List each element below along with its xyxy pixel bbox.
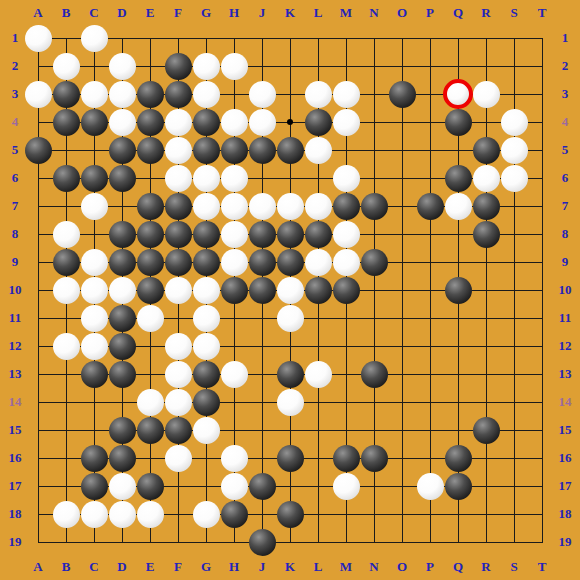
board-cell-C1[interactable] [80,24,108,52]
board-cell-J12[interactable] [248,332,276,360]
board-cell-B4[interactable] [52,108,80,136]
board-cell-Q12[interactable] [444,332,472,360]
board-cell-C15[interactable] [80,416,108,444]
board-cell-D12[interactable] [108,332,136,360]
board-cell-K9[interactable] [276,248,304,276]
board-cell-D2[interactable] [108,52,136,80]
board-cell-A1[interactable] [24,24,52,52]
board-cell-T3[interactable] [528,80,556,108]
board-cell-E3[interactable] [136,80,164,108]
board-cell-Q17[interactable] [444,472,472,500]
board-cell-S6[interactable] [500,164,528,192]
board-cell-P12[interactable] [416,332,444,360]
board-cell-G16[interactable] [192,444,220,472]
board-cell-Q1[interactable] [444,24,472,52]
board-cell-F10[interactable] [164,276,192,304]
board-cell-F4[interactable] [164,108,192,136]
board-cell-G12[interactable] [192,332,220,360]
board-cell-C8[interactable] [80,220,108,248]
board-cell-K2[interactable] [276,52,304,80]
board-cell-T17[interactable] [528,472,556,500]
board-cell-L14[interactable] [304,388,332,416]
board-cell-P1[interactable] [416,24,444,52]
board-cell-O19[interactable] [388,528,416,556]
board-cell-D7[interactable] [108,192,136,220]
board-cell-O16[interactable] [388,444,416,472]
board-cell-Q2[interactable] [444,52,472,80]
board-cell-K13[interactable] [276,360,304,388]
board-cell-C18[interactable] [80,500,108,528]
board-cell-L4[interactable] [304,108,332,136]
board-cell-D10[interactable] [108,276,136,304]
board-cell-F2[interactable] [164,52,192,80]
board-cell-Q6[interactable] [444,164,472,192]
board-cell-B19[interactable] [52,528,80,556]
board-cell-M12[interactable] [332,332,360,360]
board-cell-N12[interactable] [360,332,388,360]
board-cell-L7[interactable] [304,192,332,220]
board-cell-R11[interactable] [472,304,500,332]
board-cell-D8[interactable] [108,220,136,248]
board-cell-D9[interactable] [108,248,136,276]
board-cell-S5[interactable] [500,136,528,164]
board-cell-S15[interactable] [500,416,528,444]
board-cell-B6[interactable] [52,164,80,192]
board-cell-D15[interactable] [108,416,136,444]
board-cell-E17[interactable] [136,472,164,500]
board-cell-A15[interactable] [24,416,52,444]
board-cell-A18[interactable] [24,500,52,528]
board-cell-H5[interactable] [220,136,248,164]
board-cell-A17[interactable] [24,472,52,500]
board-cell-A6[interactable] [24,164,52,192]
board-cell-F16[interactable] [164,444,192,472]
board-cell-T1[interactable] [528,24,556,52]
board-cell-J6[interactable] [248,164,276,192]
board-cell-N15[interactable] [360,416,388,444]
board-cell-D5[interactable] [108,136,136,164]
board-cell-H16[interactable] [220,444,248,472]
board-cell-K16[interactable] [276,444,304,472]
board-cell-E9[interactable] [136,248,164,276]
board-cell-Q11[interactable] [444,304,472,332]
board-cell-L1[interactable] [304,24,332,52]
board-cell-K15[interactable] [276,416,304,444]
board-cell-H13[interactable] [220,360,248,388]
board-cell-G19[interactable] [192,528,220,556]
board-cell-O5[interactable] [388,136,416,164]
board-cell-R17[interactable] [472,472,500,500]
board-cell-N1[interactable] [360,24,388,52]
board-cell-O9[interactable] [388,248,416,276]
board-cell-N10[interactable] [360,276,388,304]
board-cell-P17[interactable] [416,472,444,500]
board-cell-B2[interactable] [52,52,80,80]
board-cell-C3[interactable] [80,80,108,108]
board-cell-S19[interactable] [500,528,528,556]
board-cell-G5[interactable] [192,136,220,164]
board-cell-O8[interactable] [388,220,416,248]
board-cell-T16[interactable] [528,444,556,472]
board-cell-L15[interactable] [304,416,332,444]
board-cell-Q14[interactable] [444,388,472,416]
board-cell-L12[interactable] [304,332,332,360]
board-cell-O14[interactable] [388,388,416,416]
board-cell-C5[interactable] [80,136,108,164]
board-cell-A3[interactable] [24,80,52,108]
board-cell-B8[interactable] [52,220,80,248]
board-cell-H2[interactable] [220,52,248,80]
board-cell-P13[interactable] [416,360,444,388]
board-cell-H10[interactable] [220,276,248,304]
board-cell-N4[interactable] [360,108,388,136]
board-cell-R5[interactable] [472,136,500,164]
board-cell-P6[interactable] [416,164,444,192]
board-cell-L11[interactable] [304,304,332,332]
board-cell-M5[interactable] [332,136,360,164]
board-cell-R14[interactable] [472,388,500,416]
board-cell-M13[interactable] [332,360,360,388]
board-cell-O15[interactable] [388,416,416,444]
board-cell-J5[interactable] [248,136,276,164]
board-cell-O18[interactable] [388,500,416,528]
board-cell-G8[interactable] [192,220,220,248]
board-cell-H17[interactable] [220,472,248,500]
board-cell-O13[interactable] [388,360,416,388]
board-cell-M19[interactable] [332,528,360,556]
board-cell-N2[interactable] [360,52,388,80]
board-cell-H4[interactable] [220,108,248,136]
board-cell-N18[interactable] [360,500,388,528]
board-cell-J11[interactable] [248,304,276,332]
board-cell-C19[interactable] [80,528,108,556]
board-cell-H7[interactable] [220,192,248,220]
board-cell-B7[interactable] [52,192,80,220]
board-cell-R9[interactable] [472,248,500,276]
board-cell-K8[interactable] [276,220,304,248]
board-cell-B1[interactable] [52,24,80,52]
board-cell-N11[interactable] [360,304,388,332]
board-cell-F15[interactable] [164,416,192,444]
board-cell-T7[interactable] [528,192,556,220]
board-cell-S8[interactable] [500,220,528,248]
board-cell-P8[interactable] [416,220,444,248]
board-cell-T12[interactable] [528,332,556,360]
board-cell-H15[interactable] [220,416,248,444]
board-cell-D19[interactable] [108,528,136,556]
board-cell-Q9[interactable] [444,248,472,276]
board-cell-O11[interactable] [388,304,416,332]
board-cell-E13[interactable] [136,360,164,388]
board-cell-T2[interactable] [528,52,556,80]
board-cell-A7[interactable] [24,192,52,220]
board-cell-H6[interactable] [220,164,248,192]
board-cell-M10[interactable] [332,276,360,304]
board-cell-J14[interactable] [248,388,276,416]
board-cell-E18[interactable] [136,500,164,528]
board-cell-E14[interactable] [136,388,164,416]
board-cell-F1[interactable] [164,24,192,52]
board-cell-L18[interactable] [304,500,332,528]
board-cell-T19[interactable] [528,528,556,556]
board-cell-Q15[interactable] [444,416,472,444]
board-cell-H3[interactable] [220,80,248,108]
board-cell-C2[interactable] [80,52,108,80]
board-cell-Q18[interactable] [444,500,472,528]
board-cell-L6[interactable] [304,164,332,192]
board-cell-P2[interactable] [416,52,444,80]
board-cell-M8[interactable] [332,220,360,248]
board-cell-P16[interactable] [416,444,444,472]
board-cell-P9[interactable] [416,248,444,276]
board-cell-J4[interactable] [248,108,276,136]
board-cell-N5[interactable] [360,136,388,164]
board-cell-H11[interactable] [220,304,248,332]
board-cell-G17[interactable] [192,472,220,500]
board-cell-J8[interactable] [248,220,276,248]
board-cell-D17[interactable] [108,472,136,500]
board-cell-A19[interactable] [24,528,52,556]
board-cell-T11[interactable] [528,304,556,332]
board-cell-Q3[interactable] [444,80,472,108]
board-cell-B14[interactable] [52,388,80,416]
board-cell-S18[interactable] [500,500,528,528]
board-cell-S1[interactable] [500,24,528,52]
board-cell-T15[interactable] [528,416,556,444]
board-cell-E2[interactable] [136,52,164,80]
board-cell-G15[interactable] [192,416,220,444]
board-cell-O2[interactable] [388,52,416,80]
board-cell-C12[interactable] [80,332,108,360]
board-cell-Q7[interactable] [444,192,472,220]
board-cell-D16[interactable] [108,444,136,472]
board-cell-F13[interactable] [164,360,192,388]
board-cell-B12[interactable] [52,332,80,360]
board-cell-L5[interactable] [304,136,332,164]
board-cell-A10[interactable] [24,276,52,304]
board-cell-R1[interactable] [472,24,500,52]
board-cell-P3[interactable] [416,80,444,108]
board-cell-N14[interactable] [360,388,388,416]
board-cell-K5[interactable] [276,136,304,164]
board-cell-T10[interactable] [528,276,556,304]
board-cell-M1[interactable] [332,24,360,52]
board-cell-G3[interactable] [192,80,220,108]
board-cell-Q16[interactable] [444,444,472,472]
board-cell-M3[interactable] [332,80,360,108]
board-cell-P18[interactable] [416,500,444,528]
board-cell-F18[interactable] [164,500,192,528]
board-cell-T13[interactable] [528,360,556,388]
board-cell-K14[interactable] [276,388,304,416]
board-cell-R4[interactable] [472,108,500,136]
board-cell-B3[interactable] [52,80,80,108]
board-cell-A9[interactable] [24,248,52,276]
board-cell-O4[interactable] [388,108,416,136]
board-cell-R13[interactable] [472,360,500,388]
board-cell-E8[interactable] [136,220,164,248]
board-cell-T18[interactable] [528,500,556,528]
board-cell-E12[interactable] [136,332,164,360]
board-cell-M15[interactable] [332,416,360,444]
board-cell-H18[interactable] [220,500,248,528]
board-cell-N17[interactable] [360,472,388,500]
board-cell-M2[interactable] [332,52,360,80]
board-cell-E4[interactable] [136,108,164,136]
board-cell-Q19[interactable] [444,528,472,556]
board-cell-O10[interactable] [388,276,416,304]
board-cell-A5[interactable] [24,136,52,164]
board-cell-H9[interactable] [220,248,248,276]
board-cell-T6[interactable] [528,164,556,192]
board-cell-M9[interactable] [332,248,360,276]
board-cell-K11[interactable] [276,304,304,332]
board-cell-Q8[interactable] [444,220,472,248]
board-cell-K3[interactable] [276,80,304,108]
board-cell-S17[interactable] [500,472,528,500]
board-cell-E15[interactable] [136,416,164,444]
board-cell-R16[interactable] [472,444,500,472]
board-cell-S16[interactable] [500,444,528,472]
board-cell-N6[interactable] [360,164,388,192]
board-cell-S14[interactable] [500,388,528,416]
board-cell-D1[interactable] [108,24,136,52]
board-cell-R6[interactable] [472,164,500,192]
board-cell-O1[interactable] [388,24,416,52]
board-cell-B16[interactable] [52,444,80,472]
board-cell-S9[interactable] [500,248,528,276]
board-cell-Q10[interactable] [444,276,472,304]
board-cell-L2[interactable] [304,52,332,80]
board-cell-F9[interactable] [164,248,192,276]
board-cell-R8[interactable] [472,220,500,248]
board-cell-B13[interactable] [52,360,80,388]
board-cell-L16[interactable] [304,444,332,472]
board-cell-M16[interactable] [332,444,360,472]
board-cell-C4[interactable] [80,108,108,136]
board-cell-A8[interactable] [24,220,52,248]
board-cell-D14[interactable] [108,388,136,416]
board-cell-N3[interactable] [360,80,388,108]
board-cell-R15[interactable] [472,416,500,444]
board-cell-R2[interactable] [472,52,500,80]
board-cell-B10[interactable] [52,276,80,304]
board-cell-E10[interactable] [136,276,164,304]
board-cell-G18[interactable] [192,500,220,528]
board-cell-G1[interactable] [192,24,220,52]
board-cell-D13[interactable] [108,360,136,388]
board-cell-T5[interactable] [528,136,556,164]
board-cell-F5[interactable] [164,136,192,164]
board-cell-J10[interactable] [248,276,276,304]
board-cell-E11[interactable] [136,304,164,332]
board-cell-S11[interactable] [500,304,528,332]
board-cell-E19[interactable] [136,528,164,556]
board-cell-M4[interactable] [332,108,360,136]
board-cell-K12[interactable] [276,332,304,360]
board-cell-R19[interactable] [472,528,500,556]
board-cell-B11[interactable] [52,304,80,332]
board-cell-P14[interactable] [416,388,444,416]
board-cell-N19[interactable] [360,528,388,556]
board-cell-G6[interactable] [192,164,220,192]
board-cell-O6[interactable] [388,164,416,192]
board-cell-G10[interactable] [192,276,220,304]
board-cell-C13[interactable] [80,360,108,388]
board-cell-M11[interactable] [332,304,360,332]
board-cell-G9[interactable] [192,248,220,276]
board-cell-J9[interactable] [248,248,276,276]
board-cell-A12[interactable] [24,332,52,360]
board-cell-A11[interactable] [24,304,52,332]
board-cell-O3[interactable] [388,80,416,108]
board-cell-H1[interactable] [220,24,248,52]
board-cell-H12[interactable] [220,332,248,360]
board-cell-L9[interactable] [304,248,332,276]
board-cell-R12[interactable] [472,332,500,360]
board-cell-J1[interactable] [248,24,276,52]
board-cell-F17[interactable] [164,472,192,500]
board-cell-G11[interactable] [192,304,220,332]
board-cell-K17[interactable] [276,472,304,500]
board-cell-K1[interactable] [276,24,304,52]
board-cell-M17[interactable] [332,472,360,500]
board-cell-J13[interactable] [248,360,276,388]
board-cell-Q5[interactable] [444,136,472,164]
board-cell-C17[interactable] [80,472,108,500]
board-cell-B17[interactable] [52,472,80,500]
board-cell-P7[interactable] [416,192,444,220]
board-cell-S4[interactable] [500,108,528,136]
board-cell-C16[interactable] [80,444,108,472]
board-cell-F6[interactable] [164,164,192,192]
board-cell-G7[interactable] [192,192,220,220]
board-cell-D11[interactable] [108,304,136,332]
board-cell-A2[interactable] [24,52,52,80]
board-cell-M6[interactable] [332,164,360,192]
board-cell-F14[interactable] [164,388,192,416]
board-cell-H19[interactable] [220,528,248,556]
board-cell-T14[interactable] [528,388,556,416]
board-cell-L19[interactable] [304,528,332,556]
board-cell-R7[interactable] [472,192,500,220]
board-cell-M18[interactable] [332,500,360,528]
board-cell-T8[interactable] [528,220,556,248]
board-cell-G2[interactable] [192,52,220,80]
board-cell-B15[interactable] [52,416,80,444]
board-cell-R10[interactable] [472,276,500,304]
board-cell-J17[interactable] [248,472,276,500]
board-cell-D4[interactable] [108,108,136,136]
board-cell-O17[interactable] [388,472,416,500]
board-cell-L10[interactable] [304,276,332,304]
board-cell-C6[interactable] [80,164,108,192]
board-cell-B5[interactable] [52,136,80,164]
board-cell-O7[interactable] [388,192,416,220]
board-cell-B18[interactable] [52,500,80,528]
board-cell-J15[interactable] [248,416,276,444]
board-cell-L13[interactable] [304,360,332,388]
board-cell-Q4[interactable] [444,108,472,136]
board-cell-N9[interactable] [360,248,388,276]
board-cell-M14[interactable] [332,388,360,416]
board-cell-K10[interactable] [276,276,304,304]
board-cell-S2[interactable] [500,52,528,80]
board-cell-C9[interactable] [80,248,108,276]
board-cell-R18[interactable] [472,500,500,528]
board-cell-G14[interactable] [192,388,220,416]
board-cell-Q13[interactable] [444,360,472,388]
